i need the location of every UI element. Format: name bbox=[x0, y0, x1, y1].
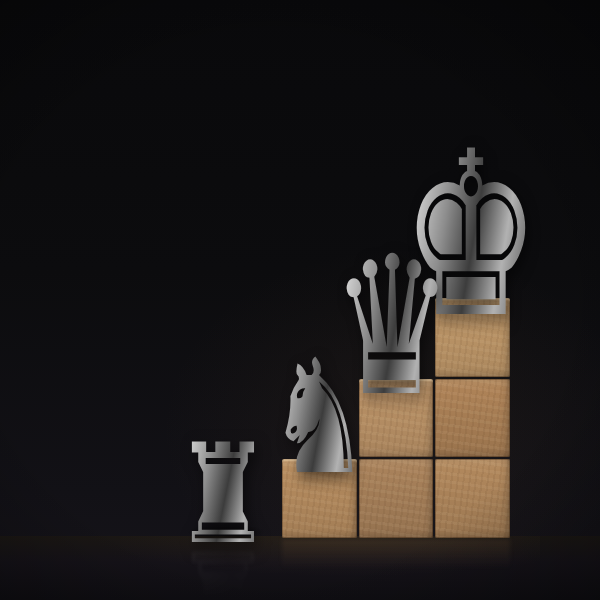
chess-piece-queen: ♛ bbox=[332, 231, 452, 381]
queen-glyph: ♛ bbox=[332, 231, 452, 423]
scene: ♜ ♜ ♞ ♛ ♚ bbox=[0, 0, 600, 600]
blocks-reflection bbox=[282, 539, 510, 569]
rook-glyph: ♜ bbox=[174, 426, 273, 564]
wooden-cube-king-base bbox=[435, 459, 510, 538]
chess-piece-rook: ♜ ♜ bbox=[174, 426, 273, 534]
